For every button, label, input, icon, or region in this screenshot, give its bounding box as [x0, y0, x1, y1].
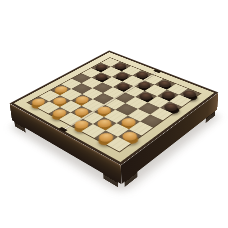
checkers-board [9, 50, 218, 165]
square-e4[interactable] [104, 98, 126, 110]
square-h6[interactable] [160, 101, 182, 113]
square-e2[interactable] [82, 111, 105, 124]
square-h4[interactable] [140, 114, 163, 127]
square-h7[interactable] [169, 95, 191, 107]
square-f3[interactable] [104, 110, 127, 123]
square-g2[interactable] [105, 123, 129, 137]
product-photo-stage [0, 0, 228, 228]
board-top-face [9, 50, 218, 165]
square-d3[interactable] [82, 99, 104, 111]
square-d2[interactable] [71, 106, 93, 118]
square-f5[interactable] [126, 97, 148, 109]
square-f2[interactable] [93, 117, 116, 130]
square-h1[interactable] [106, 137, 131, 152]
square-e1[interactable] [70, 118, 93, 131]
square-h3[interactable] [129, 122, 153, 136]
square-g5[interactable] [138, 102, 160, 114]
square-g3[interactable] [117, 116, 140, 129]
square-f4[interactable] [115, 103, 137, 115]
square-h2[interactable] [118, 129, 142, 143]
board-scene [0, 0, 228, 228]
square-g1[interactable] [94, 130, 118, 144]
square-g4[interactable] [127, 109, 150, 122]
square-c2[interactable] [60, 100, 82, 112]
square-c1[interactable] [48, 107, 70, 119]
square-f1[interactable] [82, 124, 106, 138]
square-b1[interactable] [38, 101, 60, 113]
square-h5[interactable] [150, 108, 173, 121]
square-g6[interactable] [147, 96, 169, 108]
square-d1[interactable] [59, 112, 82, 125]
square-e3[interactable] [93, 104, 115, 116]
